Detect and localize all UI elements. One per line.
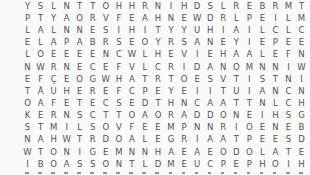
grid-cell[interactable]: N xyxy=(269,121,282,133)
grid-cell[interactable]: E xyxy=(191,73,204,85)
grid-cell[interactable]: O xyxy=(230,61,243,73)
grid-cell[interactable]: N xyxy=(269,85,282,97)
grid-cell[interactable]: M xyxy=(47,121,60,133)
grid-cell[interactable]: W xyxy=(21,146,34,158)
grid-cell[interactable]: D xyxy=(191,61,204,73)
grid-cell[interactable]: H xyxy=(47,134,60,146)
grid-cell[interactable]: E xyxy=(60,97,73,109)
grid-cell[interactable]: E xyxy=(86,24,99,36)
grid-cell[interactable]: R xyxy=(217,121,230,133)
grid-cell[interactable]: E xyxy=(86,97,99,109)
grid-cell[interactable]: Ç xyxy=(47,73,60,85)
grid-cell[interactable]: A xyxy=(34,134,47,146)
grid-cell[interactable]: S xyxy=(21,121,34,133)
grid-cell[interactable]: H xyxy=(151,49,164,61)
grid-cell[interactable]: R xyxy=(47,61,60,73)
grid-cell[interactable]: A xyxy=(191,36,204,48)
grid-cell[interactable]: W xyxy=(125,49,138,61)
grid-cell[interactable]: E xyxy=(73,85,86,97)
grid-cell[interactable]: O xyxy=(112,134,125,146)
grid-cell[interactable]: N xyxy=(151,0,164,12)
grid-cell[interactable]: I xyxy=(191,49,204,61)
grid-cell[interactable]: P xyxy=(217,158,230,170)
grid-cell[interactable]: P xyxy=(243,158,256,170)
grid-cell[interactable]: T xyxy=(151,24,164,36)
grid-cell[interactable]: N xyxy=(191,121,204,133)
grid-cell[interactable]: P xyxy=(178,121,191,133)
grid-cell[interactable]: W xyxy=(60,134,73,146)
grid-cell[interactable]: H xyxy=(217,49,230,61)
grid-cell[interactable]: A xyxy=(47,36,60,48)
grid-cell[interactable]: B xyxy=(256,0,269,12)
grid-cell[interactable]: H xyxy=(256,158,269,170)
grid-cell[interactable]: E xyxy=(243,109,256,121)
grid-cell[interactable]: I xyxy=(243,36,256,48)
grid-cell[interactable]: H xyxy=(295,97,308,109)
grid-cell[interactable]: O xyxy=(73,73,86,85)
grid-cell[interactable]: V xyxy=(112,121,125,133)
grid-cell[interactable]: D xyxy=(151,158,164,170)
grid-cell[interactable]: U xyxy=(191,24,204,36)
grid-cell[interactable]: C xyxy=(99,97,112,109)
grid-cell[interactable]: R xyxy=(165,61,178,73)
grid-cell[interactable]: N xyxy=(60,24,73,36)
grid-cell[interactable]: A xyxy=(243,49,256,61)
grid-cell[interactable]: E xyxy=(256,121,269,133)
grid-cell[interactable]: I xyxy=(217,24,230,36)
grid-cell[interactable]: N xyxy=(295,85,308,97)
grid-cell[interactable]: O xyxy=(151,109,164,121)
grid-cell[interactable]: A xyxy=(60,12,73,24)
grid-cell[interactable]: E xyxy=(217,36,230,48)
grid-cell[interactable]: R xyxy=(165,109,178,121)
grid-cell[interactable]: N xyxy=(125,146,138,158)
grid-cell[interactable]: R xyxy=(217,12,230,24)
grid-cell[interactable]: T xyxy=(138,73,151,85)
grid-cell[interactable]: O xyxy=(178,73,191,85)
grid-cell[interactable]: E xyxy=(269,134,282,146)
grid-cell[interactable]: N xyxy=(230,109,243,121)
grid-cell[interactable]: W xyxy=(191,12,204,24)
grid-cell[interactable]: O xyxy=(243,146,256,158)
grid-cell[interactable]: A xyxy=(138,12,151,24)
grid-cell[interactable]: N xyxy=(269,61,282,73)
grid-cell[interactable]: O xyxy=(99,121,112,133)
grid-cell[interactable]: I xyxy=(269,12,282,24)
grid-cell[interactable]: O xyxy=(243,121,256,133)
grid-cell[interactable]: S xyxy=(34,0,47,12)
grid-cell[interactable]: T xyxy=(73,134,86,146)
grid-cell[interactable]: L xyxy=(256,24,269,36)
grid-cell[interactable]: O xyxy=(47,158,60,170)
grid-cell[interactable]: D xyxy=(295,134,308,146)
grid-cell[interactable]: A xyxy=(204,97,217,109)
grid-cell[interactable]: E xyxy=(204,146,217,158)
grid-cell[interactable]: E xyxy=(178,146,191,158)
grid-cell[interactable]: H xyxy=(178,0,191,12)
grid-cell[interactable]: I xyxy=(60,121,73,133)
grid-cell[interactable]: A xyxy=(125,134,138,146)
grid-cell[interactable]: E xyxy=(125,12,138,24)
grid-cell[interactable]: E xyxy=(256,12,269,24)
grid-cell[interactable]: S xyxy=(112,36,125,48)
grid-cell[interactable]: I xyxy=(138,24,151,36)
grid-cell[interactable]: N xyxy=(256,61,269,73)
grid-cell[interactable]: N xyxy=(60,0,73,12)
grid-cell[interactable]: T xyxy=(230,97,243,109)
grid-cell[interactable]: T xyxy=(165,73,178,85)
grid-cell[interactable]: C xyxy=(86,61,99,73)
grid-cell[interactable]: A xyxy=(34,24,47,36)
grid-cell[interactable]: I xyxy=(165,0,178,12)
grid-cell[interactable]: B xyxy=(34,158,47,170)
grid-cell[interactable]: A xyxy=(73,36,86,48)
grid-cell[interactable]: A xyxy=(230,24,243,36)
grid-cell[interactable]: I xyxy=(295,73,308,85)
grid-cell[interactable]: S xyxy=(178,36,191,48)
grid-cell[interactable]: N xyxy=(60,61,73,73)
grid-cell[interactable]: D xyxy=(191,0,204,12)
grid-cell[interactable]: E xyxy=(21,36,34,48)
grid-cell[interactable]: R xyxy=(86,134,99,146)
grid-cell[interactable]: L xyxy=(138,49,151,61)
grid-cell[interactable]: I xyxy=(282,158,295,170)
grid-cell[interactable]: S xyxy=(73,158,86,170)
grid-cell[interactable]: M xyxy=(165,158,178,170)
grid-cell[interactable]: E xyxy=(73,49,86,61)
grid-cell[interactable]: L xyxy=(21,24,34,36)
grid-cell[interactable]: L xyxy=(138,134,151,146)
grid-cell[interactable]: N xyxy=(256,97,269,109)
grid-cell[interactable]: V xyxy=(178,49,191,61)
grid-cell[interactable]: D xyxy=(204,12,217,24)
grid-cell[interactable]: N xyxy=(138,146,151,158)
grid-cell[interactable]: M xyxy=(112,146,125,158)
grid-cell[interactable]: E xyxy=(21,73,34,85)
grid-cell[interactable]: B xyxy=(295,121,308,133)
grid-cell[interactable]: E xyxy=(295,36,308,48)
grid-cell[interactable]: E xyxy=(243,0,256,12)
grid-cell[interactable]: T xyxy=(34,121,47,133)
grid-cell[interactable]: G xyxy=(295,109,308,121)
grid-cell[interactable]: A xyxy=(60,158,73,170)
grid-cell[interactable]: E xyxy=(256,36,269,48)
grid-cell[interactable]: O xyxy=(47,146,60,158)
grid-cell[interactable]: N xyxy=(60,146,73,158)
grid-cell[interactable]: L xyxy=(256,49,269,61)
grid-cell[interactable]: C xyxy=(112,49,125,61)
grid-cell[interactable]: L xyxy=(73,121,86,133)
grid-cell[interactable]: R xyxy=(86,12,99,24)
grid-cell[interactable]: A xyxy=(165,146,178,158)
grid-cell[interactable]: T xyxy=(125,158,138,170)
grid-cell[interactable]: L xyxy=(256,146,269,158)
grid-cell[interactable]: P xyxy=(21,12,34,24)
grid-cell[interactable]: M xyxy=(165,121,178,133)
grid-cell[interactable]: D xyxy=(99,134,112,146)
grid-cell[interactable]: O xyxy=(99,158,112,170)
grid-cell[interactable]: F xyxy=(34,73,47,85)
grid-cell[interactable]: U xyxy=(191,158,204,170)
grid-cell[interactable]: G xyxy=(165,134,178,146)
grid-cell[interactable]: A xyxy=(34,97,47,109)
grid-cell[interactable]: M xyxy=(243,61,256,73)
grid-cell[interactable]: I xyxy=(230,121,243,133)
grid-cell[interactable]: Ã xyxy=(34,85,47,97)
grid-cell[interactable]: G xyxy=(86,146,99,158)
grid-cell[interactable]: Y xyxy=(47,12,60,24)
grid-cell[interactable]: T xyxy=(217,85,230,97)
grid-cell[interactable]: O xyxy=(99,0,112,12)
grid-cell[interactable]: S xyxy=(112,97,125,109)
grid-cell[interactable]: N xyxy=(112,158,125,170)
grid-cell[interactable]: O xyxy=(217,146,230,158)
grid-cell[interactable]: O xyxy=(125,109,138,121)
grid-cell[interactable]: U xyxy=(230,85,243,97)
grid-cell[interactable]: L xyxy=(282,12,295,24)
grid-cell[interactable]: A xyxy=(178,109,191,121)
grid-cell[interactable]: V xyxy=(99,12,112,24)
grid-cell[interactable]: A xyxy=(256,85,269,97)
grid-cell[interactable]: E xyxy=(60,49,73,61)
grid-cell[interactable]: W xyxy=(99,73,112,85)
grid-cell[interactable]: R xyxy=(47,109,60,121)
grid-cell[interactable]: I xyxy=(178,61,191,73)
grid-cell[interactable]: B xyxy=(86,36,99,48)
grid-cell[interactable]: R xyxy=(151,73,164,85)
grid-cell[interactable]: F xyxy=(282,49,295,61)
grid-cell[interactable]: L xyxy=(138,61,151,73)
grid-cell[interactable]: K xyxy=(21,109,34,121)
grid-cell[interactable]: S xyxy=(204,0,217,12)
grid-cell[interactable]: T xyxy=(112,109,125,121)
grid-cell[interactable]: E xyxy=(86,49,99,61)
grid-cell[interactable]: E xyxy=(34,109,47,121)
grid-cell[interactable]: C xyxy=(191,97,204,109)
grid-cell[interactable]: E xyxy=(178,85,191,97)
grid-cell[interactable]: E xyxy=(269,49,282,61)
grid-cell[interactable]: R xyxy=(86,85,99,97)
grid-cell[interactable]: E xyxy=(295,146,308,158)
grid-cell[interactable]: M xyxy=(282,0,295,12)
grid-cell[interactable]: E xyxy=(125,36,138,48)
grid-cell[interactable]: W xyxy=(34,61,47,73)
grid-cell[interactable]: F xyxy=(47,97,60,109)
grid-cell[interactable]: I xyxy=(243,73,256,85)
grid-cell[interactable]: C xyxy=(295,24,308,36)
grid-cell[interactable]: C xyxy=(269,24,282,36)
grid-cell[interactable]: H xyxy=(269,109,282,121)
grid-cell[interactable]: H xyxy=(112,0,125,12)
grid-cell[interactable]: T xyxy=(282,146,295,158)
grid-cell[interactable]: T xyxy=(230,134,243,146)
grid-cell[interactable]: A xyxy=(269,146,282,158)
grid-cell[interactable]: A xyxy=(125,73,138,85)
grid-cell[interactable]: T xyxy=(151,97,164,109)
grid-cell[interactable]: D xyxy=(230,146,243,158)
grid-cell[interactable]: O xyxy=(21,97,34,109)
grid-cell[interactable]: R xyxy=(269,0,282,12)
grid-cell[interactable]: H xyxy=(125,0,138,12)
grid-cell[interactable]: E xyxy=(204,49,217,61)
grid-cell[interactable]: C xyxy=(282,85,295,97)
grid-cell[interactable]: C xyxy=(204,158,217,170)
grid-cell[interactable]: M xyxy=(295,12,308,24)
grid-cell[interactable]: I xyxy=(256,109,269,121)
grid-cell[interactable]: H xyxy=(125,24,138,36)
grid-cell[interactable]: N xyxy=(21,134,34,146)
grid-cell[interactable]: E xyxy=(178,158,191,170)
grid-cell[interactable]: F xyxy=(112,61,125,73)
grid-cell[interactable]: I xyxy=(204,85,217,97)
grid-cell[interactable]: R xyxy=(165,36,178,48)
grid-cell[interactable]: E xyxy=(151,134,164,146)
grid-cell[interactable]: N xyxy=(217,61,230,73)
grid-cell[interactable]: N xyxy=(178,97,191,109)
grid-cell[interactable]: E xyxy=(99,85,112,97)
grid-cell[interactable]: Y xyxy=(178,24,191,36)
grid-cell[interactable]: N xyxy=(21,61,34,73)
grid-cell[interactable]: H xyxy=(60,85,73,97)
grid-cell[interactable]: A xyxy=(204,134,217,146)
grid-cell[interactable]: T xyxy=(295,0,308,12)
grid-cell[interactable]: N xyxy=(99,49,112,61)
grid-cell[interactable]: V xyxy=(125,61,138,73)
grid-cell[interactable]: C xyxy=(282,97,295,109)
grid-cell[interactable]: E xyxy=(151,85,164,97)
grid-cell[interactable]: I xyxy=(282,61,295,73)
grid-cell[interactable]: E xyxy=(178,12,191,24)
grid-cell[interactable]: A xyxy=(204,61,217,73)
grid-cell[interactable]: N xyxy=(60,109,73,121)
grid-cell[interactable]: O xyxy=(73,12,86,24)
grid-cell[interactable]: H xyxy=(112,73,125,85)
grid-cell[interactable]: E xyxy=(256,134,269,146)
grid-cell[interactable]: E xyxy=(125,97,138,109)
grid-cell[interactable]: P xyxy=(60,36,73,48)
grid-cell[interactable]: P xyxy=(243,12,256,24)
grid-cell[interactable]: R xyxy=(138,0,151,12)
grid-cell[interactable]: O xyxy=(269,158,282,170)
grid-cell[interactable]: I xyxy=(243,24,256,36)
grid-cell[interactable]: E xyxy=(165,49,178,61)
grid-cell[interactable]: N xyxy=(204,36,217,48)
grid-cell[interactable]: O xyxy=(34,49,47,61)
grid-cell[interactable]: H xyxy=(165,97,178,109)
grid-cell[interactable]: I xyxy=(191,134,204,146)
grid-cell[interactable]: N xyxy=(73,24,86,36)
grid-cell[interactable]: T xyxy=(21,85,34,97)
grid-cell[interactable]: G xyxy=(86,73,99,85)
grid-cell[interactable]: E xyxy=(151,121,164,133)
grid-cell[interactable]: E xyxy=(138,121,151,133)
grid-cell[interactable]: D xyxy=(204,109,217,121)
grid-cell[interactable]: F xyxy=(125,121,138,133)
grid-cell[interactable]: C xyxy=(86,109,99,121)
grid-cell[interactable]: D xyxy=(138,97,151,109)
grid-cell[interactable]: E xyxy=(47,49,60,61)
grid-cell[interactable]: L xyxy=(230,12,243,24)
grid-cell[interactable]: H xyxy=(151,146,164,158)
grid-cell[interactable]: S xyxy=(282,134,295,146)
grid-cell[interactable]: O xyxy=(138,36,151,48)
grid-cell[interactable]: L xyxy=(269,97,282,109)
grid-cell[interactable]: S xyxy=(86,121,99,133)
grid-cell[interactable]: E xyxy=(73,61,86,73)
grid-cell[interactable]: S xyxy=(99,24,112,36)
grid-cell[interactable]: A xyxy=(217,134,230,146)
grid-cell[interactable]: F xyxy=(112,85,125,97)
grid-cell[interactable]: L xyxy=(217,0,230,12)
grid-cell[interactable]: R xyxy=(178,134,191,146)
grid-cell[interactable]: L xyxy=(34,36,47,48)
grid-cell[interactable]: Y xyxy=(230,36,243,48)
grid-cell[interactable]: Y xyxy=(21,0,34,12)
grid-cell[interactable]: N xyxy=(204,121,217,133)
grid-cell[interactable]: E xyxy=(99,61,112,73)
grid-cell[interactable]: A xyxy=(230,49,243,61)
grid-cell[interactable]: E xyxy=(230,158,243,170)
grid-cell[interactable]: W xyxy=(295,61,308,73)
grid-cell[interactable]: T xyxy=(230,73,243,85)
grid-cell[interactable]: E xyxy=(60,73,73,85)
grid-cell[interactable]: O xyxy=(217,109,230,121)
grid-cell[interactable]: A xyxy=(217,97,230,109)
grid-cell[interactable]: T xyxy=(269,73,282,85)
grid-cell[interactable]: N xyxy=(295,49,308,61)
grid-cell[interactable]: F xyxy=(112,12,125,24)
grid-cell[interactable]: Y xyxy=(165,85,178,97)
grid-cell[interactable]: V xyxy=(217,73,230,85)
grid-cell[interactable]: L xyxy=(47,0,60,12)
grid-cell[interactable]: C xyxy=(151,61,164,73)
grid-cell[interactable]: D xyxy=(191,109,204,121)
grid-cell[interactable]: I xyxy=(21,158,34,170)
grid-cell[interactable]: I xyxy=(73,146,86,158)
grid-cell[interactable]: A xyxy=(138,109,151,121)
grid-cell[interactable]: T xyxy=(73,97,86,109)
grid-cell[interactable]: H xyxy=(295,158,308,170)
grid-cell[interactable]: R xyxy=(99,36,112,48)
grid-cell[interactable]: S xyxy=(204,73,217,85)
grid-cell[interactable]: A xyxy=(191,146,204,158)
grid-cell[interactable]: Y xyxy=(151,36,164,48)
grid-cell[interactable]: S xyxy=(73,109,86,121)
grid-cell[interactable]: N xyxy=(165,12,178,24)
grid-cell[interactable]: H xyxy=(151,12,164,24)
grid-cell[interactable]: T xyxy=(34,12,47,24)
grid-cell[interactable]: P xyxy=(138,85,151,97)
grid-cell[interactable]: P xyxy=(269,36,282,48)
grid-cell[interactable]: T xyxy=(34,146,47,158)
grid-cell[interactable]: T xyxy=(73,0,86,12)
grid-cell[interactable]: T xyxy=(86,0,99,12)
grid-cell[interactable]: I xyxy=(112,24,125,36)
grid-cell[interactable]: I xyxy=(191,85,204,97)
grid-cell[interactable]: I xyxy=(243,85,256,97)
grid-cell[interactable]: R xyxy=(230,0,243,12)
grid-cell[interactable]: L xyxy=(282,24,295,36)
grid-cell[interactable]: H xyxy=(204,24,217,36)
grid-cell[interactable]: T xyxy=(243,97,256,109)
grid-cell[interactable]: L xyxy=(21,49,34,61)
grid-cell[interactable]: N xyxy=(282,73,295,85)
grid-cell[interactable]: S xyxy=(86,158,99,170)
grid-cell[interactable]: L xyxy=(47,24,60,36)
grid-cell[interactable]: P xyxy=(243,134,256,146)
grid-cell[interactable]: C xyxy=(125,85,138,97)
grid-cell[interactable]: Y xyxy=(165,24,178,36)
